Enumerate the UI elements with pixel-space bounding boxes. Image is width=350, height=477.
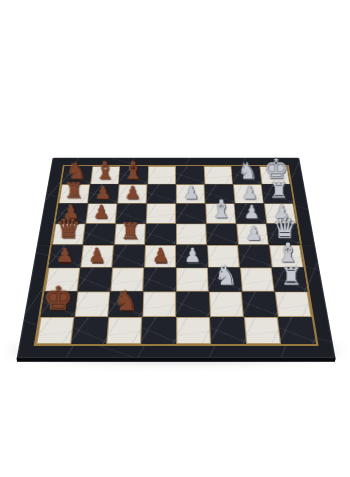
square-a5[interactable]: ♛ bbox=[52, 224, 86, 245]
square-h4[interactable]: ♝ bbox=[269, 245, 304, 268]
square-c4[interactable] bbox=[112, 245, 145, 268]
square-b8[interactable]: ♝ bbox=[90, 166, 120, 184]
board-grid: ♞♝♝♞♚♜♟♟♟♟♜♟♟♝♟♟♛♜♟♛♟♟♟♟♝♞♜♚♞ bbox=[34, 165, 319, 346]
square-c5[interactable]: ♜ bbox=[114, 224, 146, 245]
piece-copper-pawn: ♟ bbox=[124, 184, 140, 202]
piece-silver-knight: ♞ bbox=[237, 160, 258, 183]
piece-copper-bishop: ♝ bbox=[94, 159, 115, 183]
square-f1[interactable] bbox=[210, 317, 246, 344]
square-d8[interactable] bbox=[147, 166, 176, 184]
piece-copper-pawn: ♟ bbox=[95, 184, 111, 202]
square-f4[interactable] bbox=[207, 245, 240, 268]
piece-silver-pawn: ♟ bbox=[273, 203, 290, 221]
square-d1[interactable] bbox=[141, 317, 176, 344]
piece-copper-king: ♚ bbox=[43, 282, 72, 315]
chess-board: ♞♝♝♞♚♜♟♟♟♟♜♟♟♝♟♟♛♜♟♛♟♟♟♟♝♞♜♚♞ bbox=[17, 158, 336, 358]
square-c6[interactable] bbox=[116, 203, 147, 223]
square-e1[interactable] bbox=[176, 317, 211, 344]
piece-copper-pawn: ♟ bbox=[151, 246, 168, 266]
square-f3[interactable]: ♞ bbox=[208, 268, 242, 292]
square-h3[interactable]: ♜ bbox=[272, 268, 308, 292]
square-g3[interactable] bbox=[240, 268, 275, 292]
piece-silver-rook: ♜ bbox=[280, 265, 302, 289]
square-a6[interactable]: ♟ bbox=[55, 203, 88, 223]
square-c3[interactable] bbox=[110, 268, 144, 292]
square-b7[interactable]: ♟ bbox=[88, 184, 119, 203]
square-a4[interactable]: ♟ bbox=[48, 245, 83, 268]
square-a8[interactable]: ♞ bbox=[62, 166, 93, 184]
square-c1[interactable] bbox=[106, 317, 142, 344]
piece-silver-pawn: ♟ bbox=[243, 203, 260, 221]
piece-copper-pawn: ♟ bbox=[62, 203, 79, 221]
piece-copper-pawn: ♟ bbox=[56, 246, 73, 266]
square-c2[interactable]: ♞ bbox=[108, 292, 143, 317]
piece-copper-bishop: ♝ bbox=[122, 159, 143, 183]
square-c8[interactable]: ♝ bbox=[119, 166, 148, 184]
square-e8[interactable] bbox=[176, 166, 205, 184]
square-d5[interactable] bbox=[145, 224, 176, 245]
perspective-scene: ♞♝♝♞♚♜♟♟♟♟♜♟♟♝♟♟♛♜♟♛♟♟♟♟♝♞♜♚♞ bbox=[0, 0, 350, 477]
square-g8[interactable]: ♞ bbox=[232, 166, 262, 184]
square-h1[interactable] bbox=[278, 317, 316, 344]
piece-silver-pawn: ♟ bbox=[183, 184, 199, 202]
square-a2[interactable]: ♚ bbox=[41, 292, 78, 317]
piece-copper-pawn: ♟ bbox=[93, 203, 110, 221]
piece-silver-pawn: ♟ bbox=[183, 246, 200, 266]
square-d6[interactable] bbox=[146, 203, 176, 223]
square-f2[interactable] bbox=[209, 292, 244, 317]
square-e5[interactable] bbox=[176, 224, 207, 245]
square-a1[interactable] bbox=[36, 317, 74, 344]
square-h5[interactable]: ♛ bbox=[266, 224, 300, 245]
square-f5[interactable] bbox=[206, 224, 238, 245]
square-b1[interactable] bbox=[71, 317, 108, 344]
square-g2[interactable] bbox=[242, 292, 278, 317]
square-d2[interactable] bbox=[142, 292, 176, 317]
square-f8[interactable] bbox=[204, 166, 233, 184]
square-b6[interactable]: ♟ bbox=[86, 203, 118, 223]
square-h7[interactable]: ♜ bbox=[262, 184, 294, 203]
square-e7[interactable]: ♟ bbox=[176, 184, 205, 203]
square-b3[interactable] bbox=[77, 268, 112, 292]
square-g6[interactable]: ♟ bbox=[235, 203, 267, 223]
square-a7[interactable]: ♜ bbox=[59, 184, 91, 203]
square-e6[interactable] bbox=[176, 203, 206, 223]
square-d7[interactable] bbox=[147, 184, 176, 203]
square-h8[interactable]: ♚ bbox=[259, 166, 290, 184]
square-a3[interactable] bbox=[45, 268, 81, 292]
product-photo-stage: ♞♝♝♞♚♜♟♟♟♟♜♟♟♝♟♟♛♜♟♛♟♟♟♟♝♞♜♚♞ bbox=[0, 0, 350, 477]
square-d4[interactable]: ♟ bbox=[144, 245, 176, 268]
square-g7[interactable]: ♟ bbox=[233, 184, 264, 203]
square-e2[interactable] bbox=[176, 292, 210, 317]
square-g5[interactable]: ♟ bbox=[236, 224, 269, 245]
piece-silver-king: ♚ bbox=[263, 155, 288, 183]
square-d3[interactable] bbox=[143, 268, 176, 292]
piece-silver-pawn: ♟ bbox=[241, 184, 257, 202]
square-f7[interactable] bbox=[204, 184, 234, 203]
piece-copper-knight: ♞ bbox=[66, 160, 87, 183]
square-e3[interactable] bbox=[176, 268, 209, 292]
piece-copper-pawn: ♟ bbox=[88, 246, 105, 266]
square-c7[interactable]: ♟ bbox=[117, 184, 147, 203]
square-g4[interactable] bbox=[238, 245, 272, 268]
piece-silver-pawn: ♟ bbox=[245, 224, 262, 243]
square-f6[interactable]: ♝ bbox=[205, 203, 236, 223]
piece-copper-rook: ♜ bbox=[119, 220, 140, 243]
piece-copper-knight: ♞ bbox=[113, 287, 137, 314]
square-h6[interactable]: ♟ bbox=[264, 203, 297, 223]
square-g1[interactable] bbox=[244, 317, 281, 344]
square-e4[interactable]: ♟ bbox=[176, 245, 208, 268]
square-b4[interactable]: ♟ bbox=[80, 245, 114, 268]
square-b5[interactable] bbox=[83, 224, 116, 245]
board-edge-thickness bbox=[17, 357, 335, 362]
square-h2[interactable] bbox=[275, 292, 312, 317]
square-b2[interactable] bbox=[74, 292, 110, 317]
